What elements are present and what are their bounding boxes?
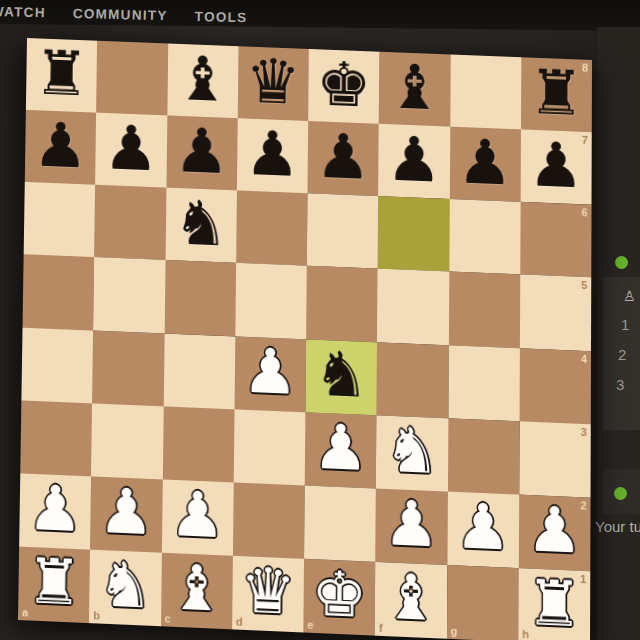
square-e8[interactable]: ♚ <box>308 49 379 124</box>
square-h1[interactable]: ♜1h <box>518 568 590 640</box>
square-f3[interactable]: ♞ <box>376 415 448 491</box>
chess-board: ♜♝♛♚♝♜8♟♟♟♟♟♟♟♟7♞65♟♞4♟♞3♟♟♟♟♟♟2♜a♞b♝c♛d… <box>18 38 592 640</box>
square-c6[interactable]: ♞ <box>165 188 237 263</box>
rank-label-5: 5 <box>581 279 587 291</box>
black-bishop: ♝ <box>387 56 443 119</box>
square-h3[interactable]: 3 <box>519 421 591 497</box>
square-f2[interactable]: ♟ <box>375 488 447 565</box>
white-pawn: ♟ <box>98 480 154 545</box>
square-g5[interactable] <box>448 272 520 348</box>
square-b5[interactable] <box>93 257 165 333</box>
square-h7[interactable]: ♟7 <box>520 130 591 205</box>
top-nav-bar: WATCH COMMUNITY TOOLS <box>0 0 640 31</box>
file-label-b: b <box>93 609 100 621</box>
square-c7[interactable]: ♟ <box>166 116 238 191</box>
white-pawn: ♟ <box>169 483 225 548</box>
move-number-2: 2 <box>618 346 626 363</box>
move-number-1: 1 <box>621 316 629 333</box>
square-b4[interactable] <box>92 330 164 406</box>
rank-label-3: 3 <box>581 426 587 438</box>
square-a8[interactable]: ♜ <box>26 38 97 113</box>
square-e7[interactable]: ♟ <box>307 121 378 196</box>
square-h4[interactable]: 4 <box>519 348 591 424</box>
black-rook: ♜ <box>34 42 90 105</box>
square-f4[interactable] <box>377 342 449 418</box>
rank-label-6: 6 <box>581 206 587 218</box>
white-pawn: ♟ <box>313 416 369 480</box>
square-b1[interactable]: ♞b <box>89 550 161 627</box>
square-a3[interactable] <box>20 400 92 476</box>
pawn-icon: ♙ <box>623 288 636 304</box>
square-b3[interactable] <box>91 403 163 479</box>
square-c1[interactable]: ♝c <box>160 553 232 630</box>
square-d5[interactable] <box>235 263 307 339</box>
square-c3[interactable] <box>162 406 234 482</box>
file-label-a: a <box>22 606 28 618</box>
square-c2[interactable]: ♟ <box>161 479 233 555</box>
black-pawn: ♟ <box>315 125 371 189</box>
square-f7[interactable]: ♟ <box>378 124 449 199</box>
top-nav-items: WATCH COMMUNITY TOOLS <box>0 4 248 25</box>
white-pawn: ♟ <box>242 340 298 404</box>
square-c4[interactable] <box>163 333 235 409</box>
nav-item-community[interactable]: COMMUNITY <box>73 6 168 23</box>
square-d4[interactable]: ♟ <box>234 336 306 412</box>
square-h5[interactable]: 5 <box>520 275 592 351</box>
square-b7[interactable]: ♟ <box>95 113 167 188</box>
nav-item-watch[interactable]: WATCH <box>0 4 46 20</box>
square-f1[interactable]: ♝f <box>375 562 447 639</box>
black-pawn: ♟ <box>33 114 89 177</box>
rank-label-1: 1 <box>580 573 586 585</box>
square-g1[interactable]: g <box>446 565 518 640</box>
square-e3[interactable]: ♟ <box>305 412 377 488</box>
file-label-f: f <box>379 622 383 634</box>
square-e1[interactable]: ♚e <box>303 559 375 636</box>
black-pawn: ♟ <box>528 133 584 197</box>
turn-status-text: Your turn <box>595 518 640 535</box>
square-f6[interactable] <box>378 196 450 272</box>
move-number-3: 3 <box>616 376 624 393</box>
square-d8[interactable]: ♛ <box>237 46 308 121</box>
square-c5[interactable] <box>164 260 236 336</box>
square-g7[interactable]: ♟ <box>449 127 520 202</box>
white-knight: ♞ <box>97 553 153 618</box>
white-queen: ♛ <box>240 560 296 625</box>
white-rook: ♜ <box>526 572 582 637</box>
square-g3[interactable] <box>447 418 519 494</box>
square-a2[interactable]: ♟ <box>19 473 91 549</box>
square-e6[interactable] <box>307 194 379 269</box>
black-pawn: ♟ <box>245 122 301 186</box>
white-pawn: ♟ <box>383 492 439 557</box>
file-label-e: e <box>307 619 313 631</box>
square-a1[interactable]: ♜a <box>18 546 90 623</box>
white-rook: ♜ <box>26 550 82 615</box>
square-a7[interactable]: ♟ <box>25 110 97 185</box>
square-g6[interactable] <box>449 199 521 275</box>
file-label-h: h <box>522 628 529 640</box>
black-bishop: ♝ <box>175 47 231 110</box>
file-label-g: g <box>451 625 458 637</box>
square-d3[interactable] <box>233 409 305 485</box>
square-h2[interactable]: ♟2 <box>519 494 591 571</box>
black-pawn: ♟ <box>386 128 442 192</box>
square-g2[interactable]: ♟ <box>447 491 519 568</box>
square-a5[interactable] <box>23 255 95 331</box>
white-pawn: ♟ <box>455 495 511 560</box>
black-knight: ♞ <box>313 343 369 407</box>
square-b2[interactable]: ♟ <box>90 476 162 552</box>
square-f8[interactable]: ♝ <box>379 52 450 127</box>
white-bishop: ♝ <box>168 557 224 622</box>
black-knight: ♞ <box>173 192 229 256</box>
square-a6[interactable] <box>24 182 96 257</box>
square-e4[interactable]: ♞ <box>305 339 377 415</box>
square-c8[interactable]: ♝ <box>167 43 238 118</box>
square-a4[interactable] <box>21 327 93 403</box>
square-b6[interactable] <box>94 185 166 260</box>
black-pawn: ♟ <box>457 131 513 195</box>
black-rook: ♜ <box>529 61 585 124</box>
rank-label-7: 7 <box>582 134 588 146</box>
rank-label-8: 8 <box>582 62 588 74</box>
square-d7[interactable]: ♟ <box>237 118 308 193</box>
square-e5[interactable] <box>306 266 378 342</box>
square-f5[interactable] <box>377 269 449 345</box>
square-d1[interactable]: ♛d <box>232 556 304 633</box>
square-g8[interactable] <box>450 54 521 129</box>
player-online-indicator-icon <box>614 487 627 500</box>
white-pawn: ♟ <box>27 477 83 542</box>
square-h6[interactable]: 6 <box>520 202 591 278</box>
nav-item-tools[interactable]: TOOLS <box>195 9 248 25</box>
black-pawn: ♟ <box>103 117 159 180</box>
file-label-d: d <box>236 615 243 627</box>
file-label-c: c <box>165 612 171 624</box>
square-d6[interactable] <box>236 191 308 266</box>
square-d2[interactable] <box>233 482 305 559</box>
white-knight: ♞ <box>384 419 440 484</box>
black-pawn: ♟ <box>174 119 230 182</box>
white-bishop: ♝ <box>383 566 439 631</box>
rank-label-2: 2 <box>580 499 586 511</box>
opponent-online-indicator-icon <box>615 256 628 269</box>
square-b8[interactable] <box>96 41 167 116</box>
square-h8[interactable]: ♜8 <box>521 57 592 132</box>
white-king: ♚ <box>311 563 367 628</box>
square-e2[interactable] <box>304 485 376 562</box>
black-queen: ♛ <box>245 50 301 113</box>
black-king: ♚ <box>316 53 372 116</box>
white-pawn: ♟ <box>526 498 582 563</box>
rank-label-4: 4 <box>581 352 587 364</box>
square-g4[interactable] <box>448 345 520 421</box>
